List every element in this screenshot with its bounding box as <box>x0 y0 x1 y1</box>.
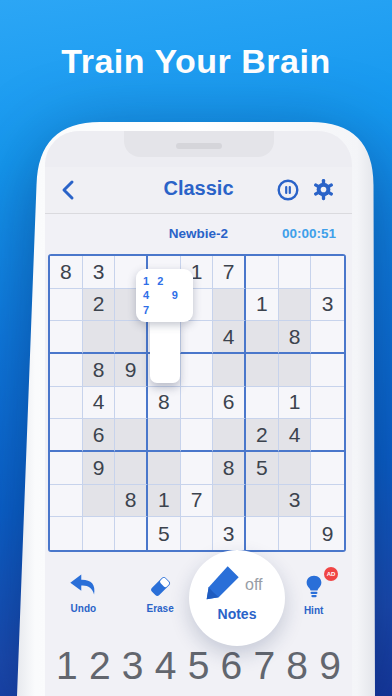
page-title: Classic <box>45 177 352 200</box>
cell-r6c6[interactable] <box>213 419 246 452</box>
numpad-5[interactable]: 5 <box>188 644 210 688</box>
cell-r5c2[interactable]: 4 <box>83 387 116 420</box>
numpad-1[interactable]: 1 <box>56 644 78 688</box>
note-digit-7: 7 <box>143 303 157 317</box>
status-strip <box>45 131 352 167</box>
numpad-3[interactable]: 3 <box>122 644 144 688</box>
cell-r1c8[interactable] <box>279 256 312 289</box>
cell-r2c6[interactable] <box>213 289 246 322</box>
settings-button[interactable] <box>311 177 336 202</box>
cell-r3c3[interactable] <box>115 321 148 354</box>
cell-r3c7[interactable] <box>246 321 279 354</box>
note-empty <box>172 274 186 288</box>
cell-r4c3[interactable]: 9 <box>115 354 148 387</box>
cell-r5c7[interactable] <box>246 387 279 420</box>
cell-r6c9[interactable] <box>311 419 344 452</box>
cell-r6c3[interactable] <box>115 419 148 452</box>
cell-r7c2[interactable]: 9 <box>83 452 116 485</box>
sub-header: Newbie-2 00:00:51 <box>45 214 352 254</box>
cell-r9c9[interactable]: 9 <box>311 517 344 550</box>
cell-r1c6[interactable]: 7 <box>213 256 246 289</box>
cell-r5c3[interactable] <box>115 387 148 420</box>
cell-r8c7[interactable] <box>246 485 279 518</box>
undo-button[interactable]: Undo <box>45 559 122 637</box>
cell-r9c2[interactable] <box>83 517 116 550</box>
numpad-8[interactable]: 8 <box>286 644 308 688</box>
hint-button[interactable]: AD Hint <box>275 559 352 637</box>
sudoku-board: 8317213488948616249858173539 12497 <box>48 254 346 552</box>
cell-r8c9[interactable] <box>311 485 344 518</box>
cell-r3c1[interactable] <box>50 321 83 354</box>
cell-r6c4[interactable] <box>148 419 181 452</box>
cell-r1c1[interactable]: 8 <box>50 256 83 289</box>
note-empty <box>172 303 186 317</box>
cell-r4c2[interactable]: 8 <box>83 354 116 387</box>
ad-badge: AD <box>324 567 338 581</box>
cell-r4c7[interactable] <box>246 354 279 387</box>
cell-r8c2[interactable] <box>83 485 116 518</box>
gear-icon <box>311 177 336 202</box>
notes-button[interactable]: off Notes <box>189 550 285 646</box>
cell-r9c8[interactable] <box>279 517 312 550</box>
undo-icon <box>68 573 98 599</box>
numpad-4[interactable]: 4 <box>155 644 177 688</box>
cell-r2c1[interactable] <box>50 289 83 322</box>
cell-r1c2[interactable]: 3 <box>83 256 116 289</box>
phone-screen: Classic <box>45 131 352 696</box>
cell-r8c4[interactable]: 1 <box>148 485 181 518</box>
app-header: Classic <box>45 167 352 214</box>
note-digit-9: 9 <box>172 288 186 302</box>
cell-r1c7[interactable] <box>246 256 279 289</box>
cell-r8c8[interactable]: 3 <box>279 485 312 518</box>
cell-r5c6[interactable]: 6 <box>213 387 246 420</box>
cell-r7c9[interactable] <box>311 452 344 485</box>
cell-r1c9[interactable] <box>311 256 344 289</box>
undo-label: Undo <box>71 603 97 614</box>
cell-r7c8[interactable] <box>279 452 312 485</box>
note-empty <box>157 288 171 302</box>
eraser-icon <box>146 573 174 599</box>
cell-r5c8[interactable]: 1 <box>279 387 312 420</box>
hint-label: Hint <box>304 605 323 616</box>
cell-r3c5[interactable] <box>181 321 214 354</box>
notch <box>124 131 274 157</box>
cell-r2c7[interactable]: 1 <box>246 289 279 322</box>
cell-r2c2[interactable]: 2 <box>83 289 116 322</box>
speaker-slot <box>176 143 222 149</box>
numpad-9[interactable]: 9 <box>319 644 341 688</box>
cell-r8c3[interactable]: 8 <box>115 485 148 518</box>
cell-r9c7[interactable] <box>246 517 279 550</box>
cell-r3c8[interactable]: 8 <box>279 321 312 354</box>
cell-r5c4[interactable]: 8 <box>148 387 181 420</box>
note-digit-1: 1 <box>143 274 157 288</box>
timer: 00:00:51 <box>282 226 336 241</box>
numpad-2[interactable]: 2 <box>89 644 111 688</box>
cell-r6c7[interactable]: 2 <box>246 419 279 452</box>
cell-r8c1[interactable] <box>50 485 83 518</box>
pencil-icon <box>203 562 243 602</box>
notes-magnifier-popup: 12497 <box>136 269 193 322</box>
cell-r7c3[interactable] <box>115 452 148 485</box>
notes-state: off <box>245 576 263 594</box>
pause-button[interactable] <box>276 178 300 202</box>
cell-r4c9[interactable] <box>311 354 344 387</box>
cell-r7c7[interactable]: 5 <box>246 452 279 485</box>
cell-r9c4[interactable]: 5 <box>148 517 181 550</box>
cell-r5c9[interactable] <box>311 387 344 420</box>
cell-r2c9[interactable]: 3 <box>311 289 344 322</box>
cell-r5c1[interactable] <box>50 387 83 420</box>
cell-r6c2[interactable]: 6 <box>83 419 116 452</box>
note-empty <box>157 303 171 317</box>
cell-r9c1[interactable] <box>50 517 83 550</box>
cell-r4c5[interactable] <box>181 354 214 387</box>
pause-icon <box>276 178 300 202</box>
cell-r4c1[interactable] <box>50 354 83 387</box>
erase-label: Erase <box>147 603 174 614</box>
note-digit-4: 4 <box>143 288 157 302</box>
numpad-7[interactable]: 7 <box>253 644 275 688</box>
cell-r7c5[interactable] <box>181 452 214 485</box>
selected-cell-column <box>150 320 180 383</box>
cell-r7c4[interactable] <box>148 452 181 485</box>
cell-r6c1[interactable] <box>50 419 83 452</box>
cell-r8c5[interactable]: 7 <box>181 485 214 518</box>
erase-button[interactable]: Erase <box>122 559 199 637</box>
sudoku-grid: 8317213488948616249858173539 <box>50 256 344 550</box>
cell-r5c5[interactable] <box>181 387 214 420</box>
cell-r9c5[interactable] <box>181 517 214 550</box>
cell-r4c8[interactable] <box>279 354 312 387</box>
cell-r9c6[interactable]: 3 <box>213 517 246 550</box>
cell-r6c8[interactable]: 4 <box>279 419 312 452</box>
cell-r3c9[interactable] <box>311 321 344 354</box>
cell-r6c5[interactable] <box>181 419 214 452</box>
cell-r2c8[interactable] <box>279 289 312 322</box>
cell-r7c1[interactable] <box>50 452 83 485</box>
cell-r7c6[interactable]: 8 <box>213 452 246 485</box>
cell-r3c6[interactable]: 4 <box>213 321 246 354</box>
hint-bulb-icon <box>301 573 327 601</box>
note-digit-2: 2 <box>157 274 171 288</box>
notes-label: Notes <box>189 606 285 622</box>
cell-r4c6[interactable] <box>213 354 246 387</box>
cell-r9c3[interactable] <box>115 517 148 550</box>
cell-r3c2[interactable] <box>83 321 116 354</box>
cell-r8c6[interactable] <box>213 485 246 518</box>
numpad-6[interactable]: 6 <box>221 644 243 688</box>
